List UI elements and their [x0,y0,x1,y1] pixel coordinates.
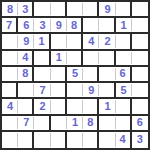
cell-r5c9[interactable] [132,67,148,83]
cell-r9c1[interactable] [2,132,18,148]
cell-r9c4[interactable] [51,132,67,148]
cell-r6c4[interactable] [51,83,67,99]
cell-r5c5[interactable]: 5 [67,67,83,83]
cell-r3c8[interactable] [116,34,132,50]
cell-r7c5[interactable] [67,99,83,115]
cell-r1c2[interactable]: 3 [18,2,34,18]
cell-r6c2[interactable] [18,83,34,99]
cell-r8c7[interactable] [99,116,115,132]
cell-r5c2[interactable]: 8 [18,67,34,83]
cell-r1c5[interactable] [67,2,83,18]
cell-r3c1[interactable] [2,34,18,50]
cell-r9c2[interactable] [18,132,34,148]
cell-r2c4[interactable]: 9 [51,18,67,34]
cell-r8c5[interactable]: 1 [67,116,83,132]
cell-r4c6[interactable] [83,51,99,67]
cell-r2c7[interactable] [99,18,115,34]
cell-r3c3[interactable]: 1 [34,34,50,50]
cell-r9c6[interactable] [83,132,99,148]
cell-r4c2[interactable]: 4 [18,51,34,67]
cell-r4c9[interactable] [132,51,148,67]
cell-r6c8[interactable]: 5 [116,83,132,99]
cell-r7c9[interactable] [132,99,148,115]
cell-r3c6[interactable]: 4 [83,34,99,50]
sudoku-board: 839763981914241856795421718643 [0,0,150,150]
cell-r1c1[interactable]: 8 [2,2,18,18]
cell-r8c3[interactable] [34,116,50,132]
cell-r1c7[interactable]: 9 [99,2,115,18]
cell-r1c4[interactable] [51,2,67,18]
cell-r5c1[interactable] [2,67,18,83]
cell-r9c9[interactable]: 3 [132,132,148,148]
cell-r6c5[interactable] [67,83,83,99]
cell-r4c5[interactable] [67,51,83,67]
cell-r1c6[interactable] [83,2,99,18]
cell-r2c8[interactable]: 1 [116,18,132,34]
cell-r8c2[interactable]: 7 [18,116,34,132]
cell-r8c1[interactable] [2,116,18,132]
cell-r1c9[interactable] [132,2,148,18]
cell-r2c9[interactable] [132,18,148,34]
cell-r3c9[interactable] [132,34,148,50]
cell-r4c8[interactable] [116,51,132,67]
cell-r6c9[interactable] [132,83,148,99]
cell-r7c6[interactable] [83,99,99,115]
cell-r4c7[interactable] [99,51,115,67]
cell-r3c7[interactable]: 2 [99,34,115,50]
cell-r3c4[interactable] [51,34,67,50]
cell-r2c3[interactable]: 3 [34,18,50,34]
cell-r7c3[interactable]: 2 [34,99,50,115]
cell-r1c3[interactable] [34,2,50,18]
cell-r4c3[interactable] [34,51,50,67]
cell-r2c1[interactable]: 7 [2,18,18,34]
cell-r7c8[interactable] [116,99,132,115]
cell-r5c4[interactable] [51,67,67,83]
cell-r6c7[interactable] [99,83,115,99]
cell-r2c5[interactable]: 8 [67,18,83,34]
cell-r8c4[interactable] [51,116,67,132]
cell-r4c1[interactable] [2,51,18,67]
cell-r9c3[interactable] [34,132,50,148]
cell-r7c2[interactable] [18,99,34,115]
cell-r9c7[interactable] [99,132,115,148]
cell-r6c1[interactable] [2,83,18,99]
cell-r7c4[interactable] [51,99,67,115]
cell-r2c2[interactable]: 6 [18,18,34,34]
cell-r3c2[interactable]: 9 [18,34,34,50]
cell-r5c6[interactable] [83,67,99,83]
cell-r9c5[interactable] [67,132,83,148]
cell-r8c8[interactable] [116,116,132,132]
cell-r4c4[interactable]: 1 [51,51,67,67]
cell-r1c8[interactable] [116,2,132,18]
cell-r8c6[interactable]: 8 [83,116,99,132]
cell-r5c3[interactable] [34,67,50,83]
cell-r5c7[interactable] [99,67,115,83]
cell-r7c7[interactable]: 1 [99,99,115,115]
cell-r8c9[interactable]: 6 [132,116,148,132]
cell-r7c1[interactable]: 4 [2,99,18,115]
cell-r2c6[interactable] [83,18,99,34]
cell-r3c5[interactable] [67,34,83,50]
cell-r6c6[interactable]: 9 [83,83,99,99]
cell-r6c3[interactable]: 7 [34,83,50,99]
cell-r9c8[interactable]: 4 [116,132,132,148]
cell-r5c8[interactable]: 6 [116,67,132,83]
